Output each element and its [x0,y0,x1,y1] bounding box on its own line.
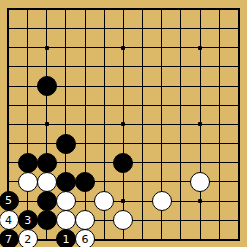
white-stone[interactable] [113,210,133,230]
intersection[interactable] [114,115,133,134]
intersection[interactable] [152,0,171,19]
intersection[interactable] [0,57,18,76]
white-stone[interactable] [18,172,38,192]
intersection[interactable]: 3 [18,210,37,229]
intersection[interactable] [229,191,247,210]
intersection[interactable] [95,172,114,191]
intersection[interactable] [133,96,152,115]
intersection[interactable] [76,210,95,229]
intersection[interactable] [37,191,56,210]
intersection[interactable] [209,38,228,57]
intersection[interactable] [133,57,152,76]
intersection[interactable] [56,191,75,210]
white-stone[interactable] [56,210,76,230]
intersection[interactable] [229,172,247,191]
intersection[interactable] [56,57,75,76]
intersection[interactable] [37,19,56,38]
intersection[interactable]: 5 [0,191,18,210]
intersection[interactable] [18,96,37,115]
intersection[interactable] [0,38,18,57]
intersection[interactable] [229,230,247,247]
white-stone[interactable] [190,172,210,192]
intersection[interactable] [114,134,133,153]
intersection[interactable] [18,57,37,76]
intersection[interactable] [190,77,209,96]
intersection[interactable] [171,115,190,134]
intersection[interactable] [229,134,247,153]
intersection[interactable] [37,77,56,96]
intersection[interactable] [209,115,228,134]
intersection[interactable] [171,172,190,191]
intersection[interactable] [76,19,95,38]
intersection[interactable] [114,19,133,38]
move-number-label: 4 [5,215,12,226]
intersection[interactable] [56,96,75,115]
intersection[interactable] [18,77,37,96]
black-stone[interactable] [18,153,38,173]
intersection[interactable] [152,172,171,191]
intersection[interactable] [37,172,56,191]
intersection[interactable] [229,38,247,57]
intersection[interactable] [95,0,114,19]
black-stone[interactable] [75,172,95,192]
intersection[interactable] [56,0,75,19]
board[interactable]: 5437216 [0,0,247,247]
intersection[interactable] [76,153,95,172]
intersection[interactable] [190,19,209,38]
intersection[interactable] [114,172,133,191]
intersection[interactable] [37,0,56,19]
intersection[interactable] [76,57,95,76]
move-number-label: 5 [5,195,12,206]
intersection[interactable] [209,153,228,172]
intersection[interactable] [133,19,152,38]
intersection[interactable] [37,96,56,115]
intersection[interactable] [190,0,209,19]
intersection[interactable] [37,115,56,134]
intersection[interactable] [56,134,75,153]
move-number-label: 1 [62,234,69,245]
intersection[interactable] [95,230,114,247]
intersection[interactable] [133,134,152,153]
black-stone[interactable] [113,153,133,173]
intersection[interactable]: 7 [0,230,18,247]
white-stone[interactable]: 2 [18,229,38,247]
intersection[interactable] [229,19,247,38]
intersection[interactable]: 2 [18,230,37,247]
intersection[interactable] [114,191,133,210]
intersection[interactable] [229,115,247,134]
intersection[interactable] [152,96,171,115]
intersection[interactable] [133,0,152,19]
intersection[interactable] [76,134,95,153]
intersection[interactable] [56,19,75,38]
intersection[interactable] [114,210,133,229]
white-stone[interactable] [37,172,57,192]
intersection[interactable] [190,134,209,153]
intersection[interactable] [114,153,133,172]
intersection[interactable] [190,115,209,134]
white-stone[interactable] [94,191,114,211]
intersection[interactable] [0,115,18,134]
black-stone[interactable]: 3 [18,210,38,230]
black-stone[interactable] [37,191,57,211]
intersection[interactable] [0,0,18,19]
intersection[interactable] [190,57,209,76]
intersection[interactable] [209,77,228,96]
intersection[interactable] [114,38,133,57]
intersection[interactable] [190,96,209,115]
white-stone[interactable]: 6 [75,229,95,247]
intersection[interactable] [95,153,114,172]
intersection[interactable] [229,96,247,115]
intersection[interactable] [18,38,37,57]
intersection[interactable] [56,77,75,96]
black-stone[interactable]: 1 [56,229,76,247]
intersection[interactable] [56,210,75,229]
move-number-label: 2 [24,234,31,245]
intersection[interactable] [209,191,228,210]
intersection[interactable] [0,153,18,172]
intersection[interactable] [152,38,171,57]
intersection[interactable] [95,96,114,115]
intersection[interactable] [133,172,152,191]
intersection[interactable] [171,57,190,76]
intersection[interactable] [95,210,114,229]
intersection[interactable] [37,153,56,172]
intersection[interactable] [152,191,171,210]
black-stone[interactable] [56,172,76,192]
intersection[interactable] [171,153,190,172]
intersection[interactable] [171,230,190,247]
white-stone[interactable] [75,210,95,230]
intersection[interactable] [95,115,114,134]
intersection[interactable] [37,57,56,76]
intersection[interactable] [0,96,18,115]
intersection[interactable] [229,153,247,172]
intersection[interactable] [152,210,171,229]
intersection[interactable] [133,115,152,134]
intersection[interactable] [171,210,190,229]
intersection[interactable] [152,115,171,134]
intersection[interactable] [37,210,56,229]
intersection[interactable] [229,0,247,19]
intersection[interactable] [76,96,95,115]
intersection[interactable] [133,210,152,229]
intersection[interactable] [114,96,133,115]
intersection[interactable] [171,19,190,38]
intersection[interactable] [95,19,114,38]
black-stone[interactable] [37,210,57,230]
intersection[interactable] [190,38,209,57]
intersection[interactable]: 1 [56,230,75,247]
intersection[interactable] [229,57,247,76]
intersection[interactable] [171,96,190,115]
intersection[interactable] [152,153,171,172]
intersection[interactable] [56,153,75,172]
intersection[interactable] [171,191,190,210]
intersection[interactable] [18,115,37,134]
intersection[interactable] [209,230,228,247]
intersection[interactable] [18,172,37,191]
intersection[interactable] [152,230,171,247]
intersection[interactable] [133,191,152,210]
intersection[interactable] [114,230,133,247]
intersection[interactable] [209,57,228,76]
intersection[interactable] [152,57,171,76]
intersection[interactable] [190,230,209,247]
intersection[interactable] [76,115,95,134]
intersection[interactable] [190,191,209,210]
intersection[interactable] [209,96,228,115]
intersection[interactable] [171,0,190,19]
move-number-label: 3 [24,215,31,226]
intersection[interactable] [76,0,95,19]
intersection[interactable] [209,172,228,191]
black-stone[interactable]: 5 [0,191,19,211]
intersection[interactable]: 6 [76,230,95,247]
intersection[interactable] [0,77,18,96]
intersection[interactable] [152,77,171,96]
intersection[interactable] [76,77,95,96]
intersection[interactable] [37,38,56,57]
intersection[interactable] [209,0,228,19]
intersection[interactable] [37,134,56,153]
white-stone[interactable] [56,191,76,211]
intersection[interactable] [171,38,190,57]
intersection[interactable] [37,230,56,247]
intersection[interactable] [114,57,133,76]
intersection[interactable] [76,38,95,57]
intersection[interactable] [114,0,133,19]
intersection[interactable] [114,77,133,96]
white-stone[interactable] [152,191,172,211]
intersection[interactable] [18,0,37,19]
intersection[interactable] [95,57,114,76]
move-number-label: 6 [82,234,89,245]
intersection[interactable] [76,172,95,191]
intersection[interactable] [0,172,18,191]
intersection[interactable] [229,77,247,96]
intersection[interactable] [76,191,95,210]
intersection[interactable] [152,19,171,38]
intersection[interactable] [56,172,75,191]
intersection[interactable] [209,210,228,229]
intersection[interactable] [18,19,37,38]
move-number-label: 7 [5,234,12,245]
intersection[interactable] [209,19,228,38]
intersection[interactable] [0,134,18,153]
intersection[interactable] [190,153,209,172]
intersection[interactable] [171,134,190,153]
intersection[interactable] [0,19,18,38]
intersection[interactable] [229,210,247,229]
white-stone[interactable]: 4 [0,210,19,230]
black-stone[interactable]: 7 [0,229,19,247]
black-stone[interactable] [37,76,57,96]
intersection[interactable] [56,115,75,134]
intersection[interactable] [18,191,37,210]
intersection[interactable] [133,77,152,96]
go-board-diagram: 5437216 [0,0,247,247]
intersection[interactable] [171,77,190,96]
intersection[interactable]: 4 [0,210,18,229]
intersection[interactable] [95,77,114,96]
intersection[interactable] [133,230,152,247]
intersection[interactable] [190,172,209,191]
black-stone[interactable] [56,134,76,154]
intersection[interactable] [95,38,114,57]
intersection[interactable] [18,153,37,172]
intersection[interactable] [133,38,152,57]
intersection[interactable] [18,134,37,153]
intersection[interactable] [133,153,152,172]
intersection[interactable] [190,210,209,229]
intersection[interactable] [209,134,228,153]
black-stone[interactable] [37,153,57,173]
intersection[interactable] [56,38,75,57]
intersection[interactable] [152,134,171,153]
intersection[interactable] [95,191,114,210]
intersection[interactable] [95,134,114,153]
